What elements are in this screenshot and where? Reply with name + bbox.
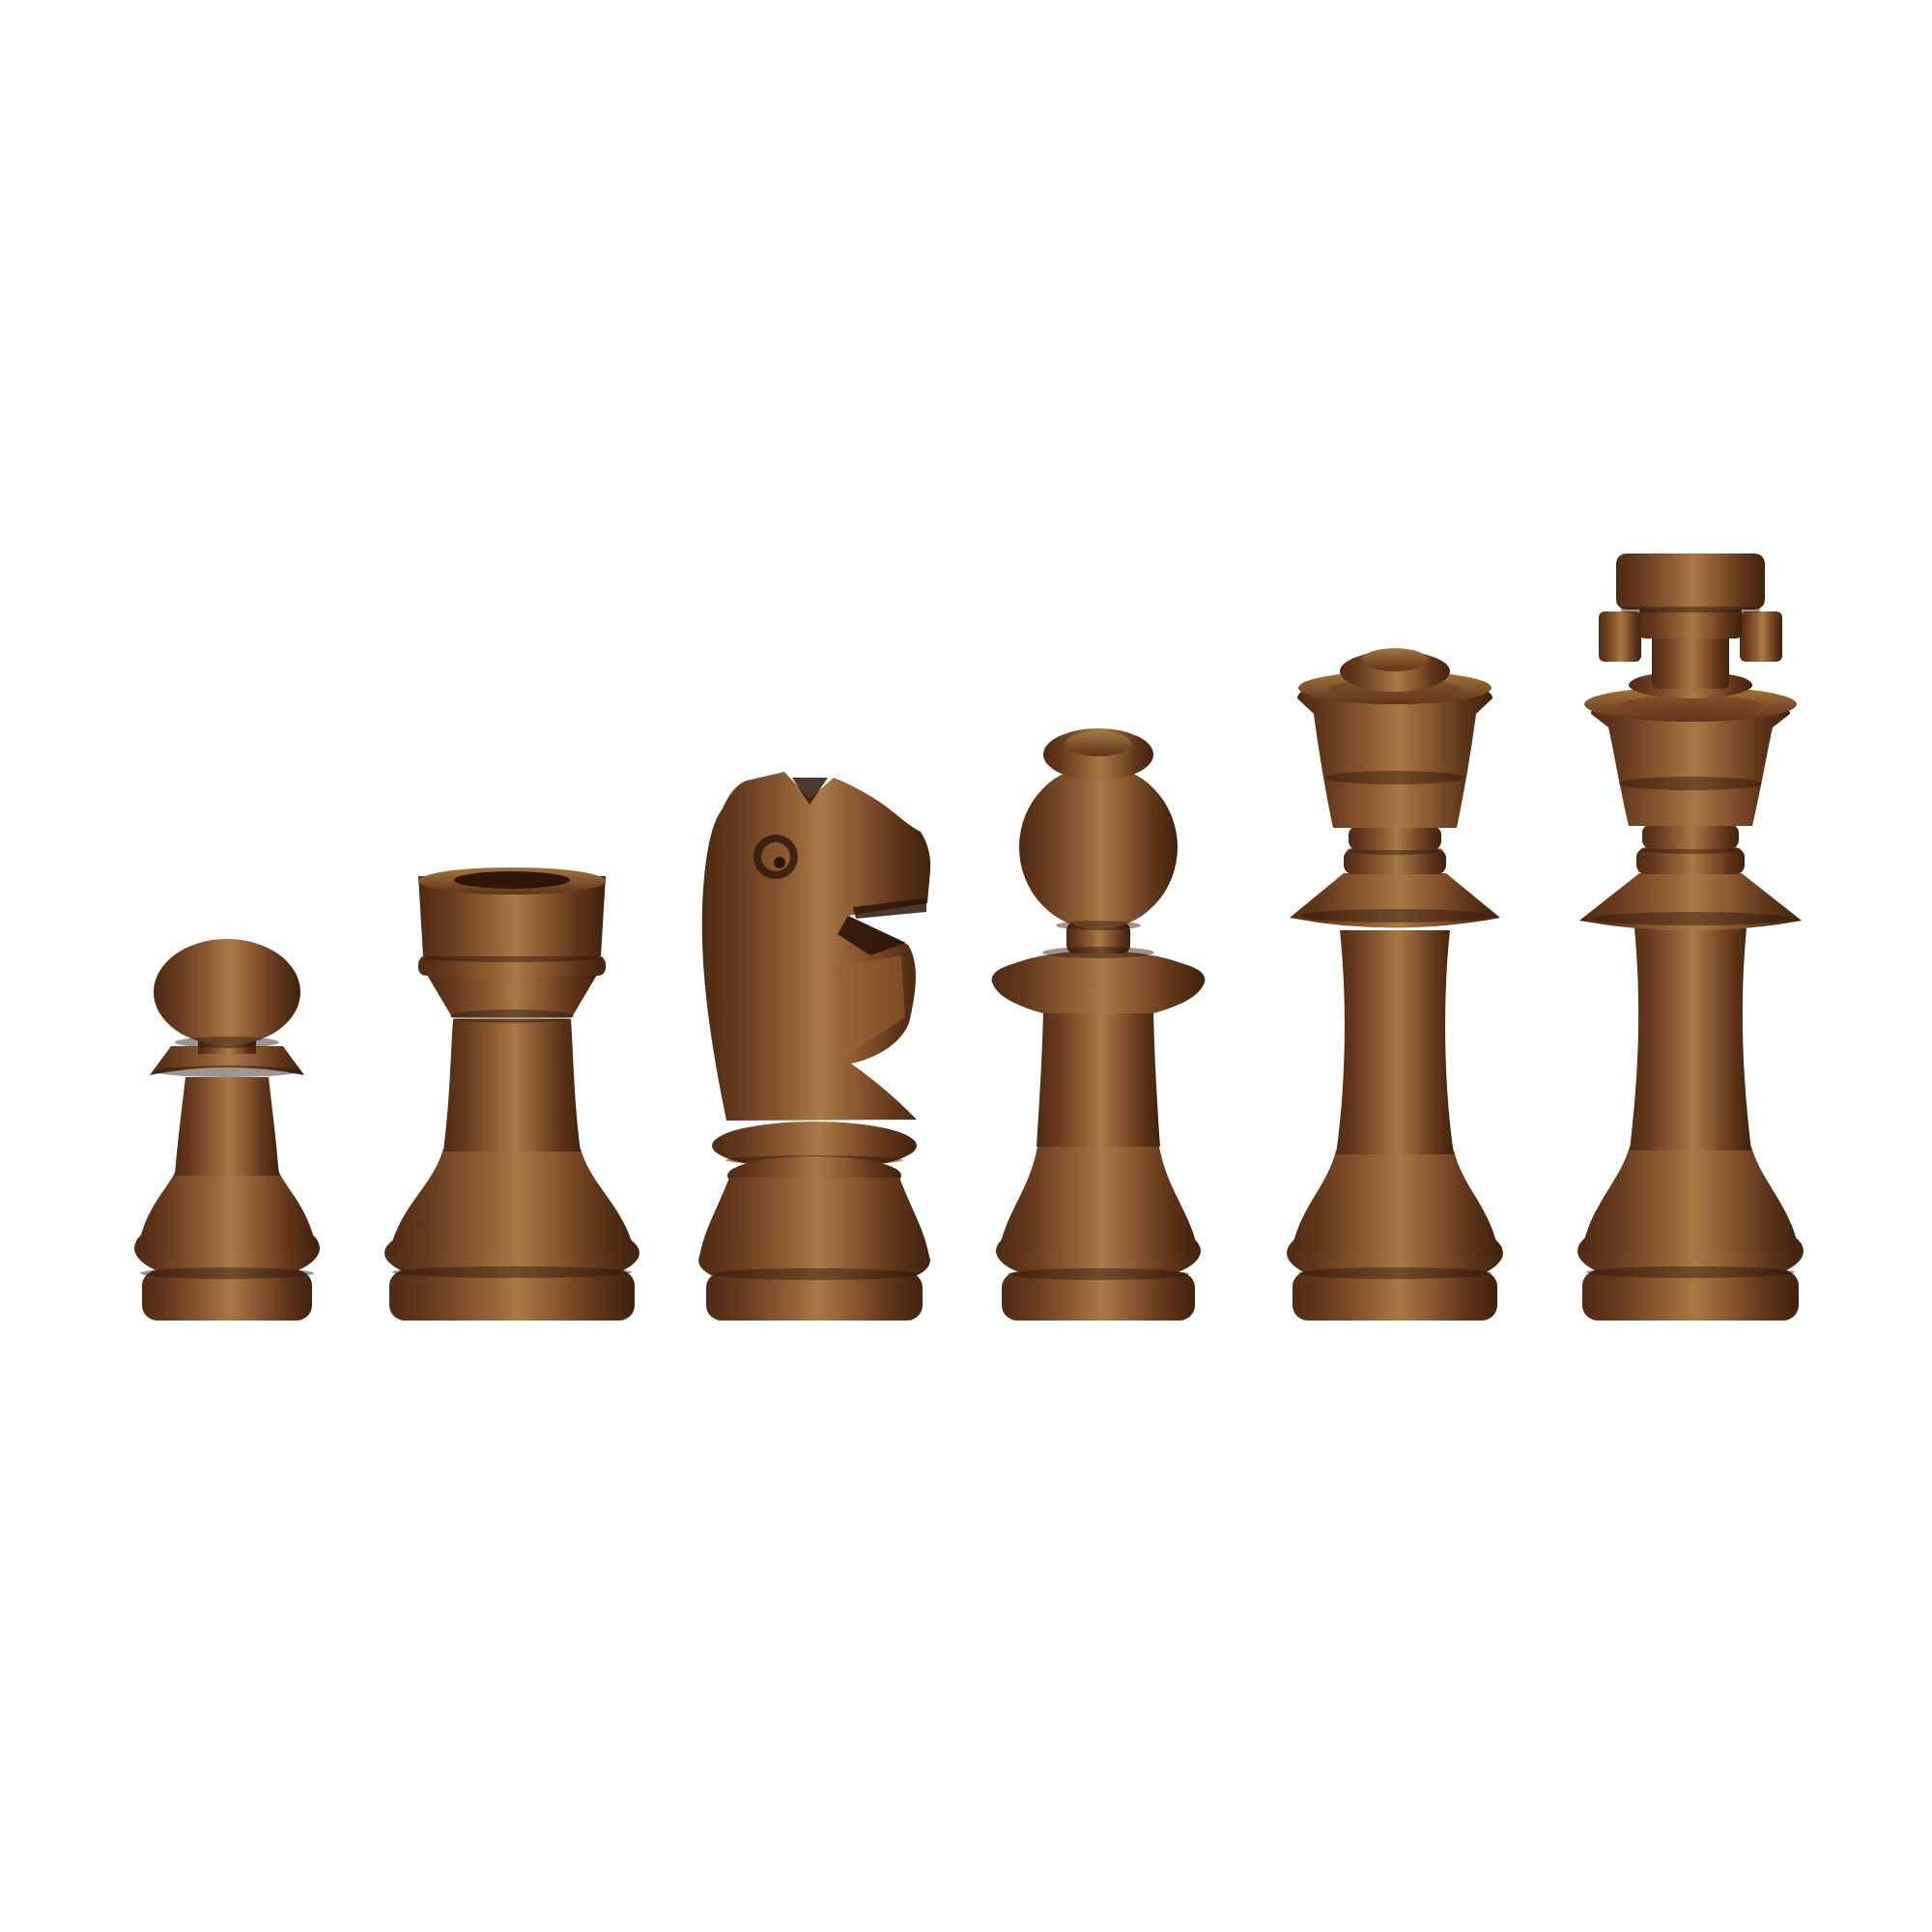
chess-piece-bishop: Bishop — [992, 728, 1206, 1321]
queen-collar-groove — [1302, 909, 1488, 923]
chess-pieces-illustration: Pawn Rook Knight — [0, 0, 1932, 1932]
rook-bell — [388, 1149, 636, 1257]
bishop-stem — [1037, 1011, 1160, 1147]
pawn-bell — [137, 1168, 317, 1253]
bishop-collar-groove — [1042, 947, 1154, 958]
chess-piece-pawn: Pawn — [134, 939, 320, 1321]
king-base-groove — [1586, 1266, 1795, 1278]
king-crown-groove — [1619, 777, 1762, 790]
chess-piece-knight: Knight — [698, 772, 930, 1321]
pawn-ball — [154, 939, 300, 1045]
bishop-collar — [992, 951, 1206, 1013]
bishop-ball-groove — [1056, 921, 1141, 930]
pawn-collar-groove — [154, 1065, 300, 1077]
bishop-bell — [998, 1141, 1199, 1255]
knight-base-groove — [712, 1268, 917, 1280]
rook-cup-hollow — [454, 871, 570, 889]
rook-step-groove — [450, 1009, 574, 1023]
chess-piece-rook: Rook — [384, 867, 639, 1321]
bishop-finial-cap — [1065, 731, 1131, 756]
rook-body — [443, 1019, 581, 1151]
queen-bell — [1291, 1151, 1499, 1255]
bishop-ball — [1019, 765, 1178, 929]
king-bell — [1581, 1147, 1800, 1253]
king-cross-top-block — [1616, 554, 1765, 610]
queen-stem — [1336, 930, 1454, 1154]
king-cross-arm-left — [1599, 611, 1641, 662]
knight-pupil — [774, 857, 785, 868]
queen-ring-upper — [1349, 826, 1441, 850]
rook-base-groove — [392, 1266, 632, 1278]
king-stem — [1630, 928, 1751, 1151]
queen-base-groove — [1298, 1267, 1492, 1279]
king-ring-upper — [1642, 824, 1739, 849]
pawn-base-groove — [140, 1267, 314, 1279]
king-cross-arm-right — [1740, 611, 1782, 662]
king-cross-seam — [1621, 607, 1760, 612]
queen-crown-groove — [1325, 771, 1464, 784]
bishop-base-groove — [1008, 1268, 1189, 1280]
pawn-stem — [175, 1077, 279, 1176]
pawn-ball-groove — [175, 1037, 279, 1048]
king-cross-column — [1652, 631, 1729, 689]
king-collar-groove — [1592, 912, 1789, 925]
queen-finial-cap — [1362, 648, 1428, 671]
product-photo: Pawn Rook Knight — [0, 0, 1932, 1932]
chess-piece-king: King — [1577, 554, 1804, 1321]
chess-piece-queen: Queen — [1287, 648, 1503, 1321]
